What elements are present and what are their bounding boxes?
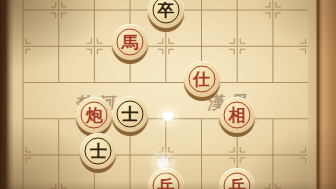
piece-face: 仕 bbox=[184, 61, 220, 97]
piece-ring: 相 bbox=[224, 101, 251, 128]
piece-ring: 卒 bbox=[152, 0, 179, 24]
piece-red-advisor[interactable]: 仕 bbox=[182, 59, 222, 99]
piece-char: 兵 bbox=[229, 178, 246, 189]
move-indicator-1[interactable] bbox=[160, 108, 176, 124]
piece-red-horse[interactable]: 馬 bbox=[110, 22, 150, 62]
piece-face: 士 bbox=[112, 96, 148, 132]
piece-char: 馬 bbox=[122, 34, 139, 51]
piece-ring: 士 bbox=[85, 138, 112, 165]
piece-ring: 炮 bbox=[81, 101, 108, 128]
piece-ring: 仕 bbox=[188, 65, 215, 92]
piece-char: 兵 bbox=[157, 178, 174, 189]
piece-char: 士 bbox=[122, 105, 139, 122]
piece-char: 卒 bbox=[157, 2, 174, 19]
piece-black-soldier[interactable]: 卒 bbox=[146, 0, 186, 30]
piece-red-elephant[interactable]: 相 bbox=[217, 95, 257, 135]
piece-char: 炮 bbox=[86, 106, 103, 123]
piece-char: 相 bbox=[229, 106, 246, 123]
piece-red-cannon[interactable]: 炮 bbox=[74, 95, 114, 135]
piece-face: 相 bbox=[219, 97, 255, 133]
piece-ring: 馬 bbox=[117, 29, 144, 56]
board-right-frame bbox=[308, 0, 336, 189]
piece-ring: 兵 bbox=[152, 173, 179, 189]
piece-face: 馬 bbox=[112, 24, 148, 60]
piece-face: 炮 bbox=[76, 97, 112, 133]
piece-face: 兵 bbox=[219, 168, 255, 189]
piece-char: 仕 bbox=[193, 70, 210, 87]
piece-red-soldier-2[interactable]: 兵 bbox=[217, 166, 257, 189]
piece-ring: 兵 bbox=[224, 173, 251, 189]
move-indicator-2[interactable] bbox=[154, 154, 172, 172]
piece-face: 士 bbox=[80, 133, 116, 169]
xiangqi-board[interactable]: 楚河 漢界 卒 馬 仕 炮 士 bbox=[0, 0, 336, 189]
piece-black-advisor-2[interactable]: 士 bbox=[78, 131, 118, 171]
piece-black-advisor-1[interactable]: 士 bbox=[110, 94, 150, 134]
piece-char: 士 bbox=[90, 143, 107, 160]
piece-ring: 士 bbox=[117, 100, 144, 127]
board-left-edge bbox=[0, 0, 14, 189]
